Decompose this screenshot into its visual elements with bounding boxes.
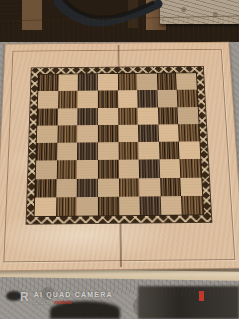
square-r2c6 — [158, 107, 179, 124]
square-r0c2 — [78, 74, 98, 91]
square-r1c4 — [118, 90, 138, 107]
square-r2c4 — [118, 107, 138, 124]
square-r5c6 — [159, 159, 180, 177]
square-r4c5 — [138, 142, 159, 160]
square-r3c6 — [158, 124, 179, 142]
square-r7c7 — [181, 196, 203, 215]
square-r5c1 — [56, 160, 77, 178]
board-perspective-wrap — [0, 42, 239, 272]
square-r7c1 — [56, 197, 77, 216]
square-r0c6 — [157, 73, 177, 90]
square-r1c7 — [177, 90, 198, 107]
square-r6c2 — [77, 178, 98, 197]
square-r4c6 — [159, 142, 180, 160]
square-r6c7 — [181, 177, 203, 196]
photo-scene: R AI QUAD CAMERA Shot byrealme — [0, 0, 239, 319]
realme-logo-icon: R — [20, 291, 29, 303]
square-r3c5 — [138, 124, 159, 142]
square-r3c7 — [178, 124, 199, 142]
square-r7c4 — [119, 196, 140, 215]
square-r7c3 — [98, 197, 119, 216]
square-r1c1 — [58, 91, 78, 108]
square-r0c0 — [38, 75, 58, 92]
mosaic-inlay-border — [27, 67, 212, 224]
square-r4c1 — [57, 143, 78, 161]
square-r0c1 — [58, 74, 78, 91]
watermark-shot-by: Shot by — [34, 299, 53, 305]
square-r0c4 — [117, 74, 137, 91]
square-r3c3 — [98, 125, 118, 143]
square-r6c6 — [160, 177, 181, 196]
square-r3c1 — [57, 125, 78, 143]
square-r4c4 — [118, 142, 139, 160]
square-r2c7 — [178, 107, 199, 124]
square-r6c0 — [35, 179, 56, 198]
square-r5c4 — [118, 160, 139, 178]
square-r2c0 — [37, 108, 58, 125]
watermark-subtitle: Shot byrealme — [34, 299, 113, 306]
square-r2c5 — [138, 107, 159, 124]
square-r7c5 — [140, 196, 161, 215]
square-r6c3 — [98, 178, 119, 197]
board-grid — [34, 72, 205, 217]
square-r5c2 — [77, 160, 98, 178]
square-r0c5 — [137, 74, 157, 91]
watermark-brand: realme — [54, 299, 72, 305]
square-r4c3 — [98, 142, 119, 160]
square-r1c2 — [78, 91, 98, 108]
square-r5c5 — [139, 160, 160, 178]
square-r7c0 — [35, 197, 56, 216]
square-r0c7 — [176, 73, 196, 90]
square-r3c0 — [37, 125, 58, 143]
square-r3c2 — [77, 125, 97, 143]
square-r5c0 — [36, 161, 57, 179]
square-r5c7 — [180, 159, 201, 177]
square-r1c3 — [98, 91, 118, 108]
square-r4c7 — [179, 141, 200, 159]
chess-board — [0, 42, 239, 272]
square-r3c4 — [118, 124, 139, 142]
watermark-title: AI QUAD CAMERA — [34, 291, 113, 299]
square-r2c1 — [57, 108, 77, 125]
square-r1c6 — [157, 90, 178, 107]
square-r2c2 — [78, 108, 98, 125]
square-r6c1 — [56, 178, 77, 197]
camera-watermark: R AI QUAD CAMERA Shot byrealme — [20, 291, 113, 306]
square-r7c6 — [160, 196, 182, 215]
square-r7c2 — [77, 197, 98, 216]
square-r6c5 — [139, 178, 160, 197]
square-r4c0 — [36, 143, 57, 161]
square-r6c4 — [119, 178, 140, 197]
square-r2c3 — [98, 107, 118, 124]
square-r0c3 — [98, 74, 118, 91]
square-r1c5 — [137, 90, 157, 107]
square-r4c2 — [77, 142, 98, 160]
square-r5c3 — [98, 160, 119, 178]
square-r1c0 — [38, 91, 58, 108]
